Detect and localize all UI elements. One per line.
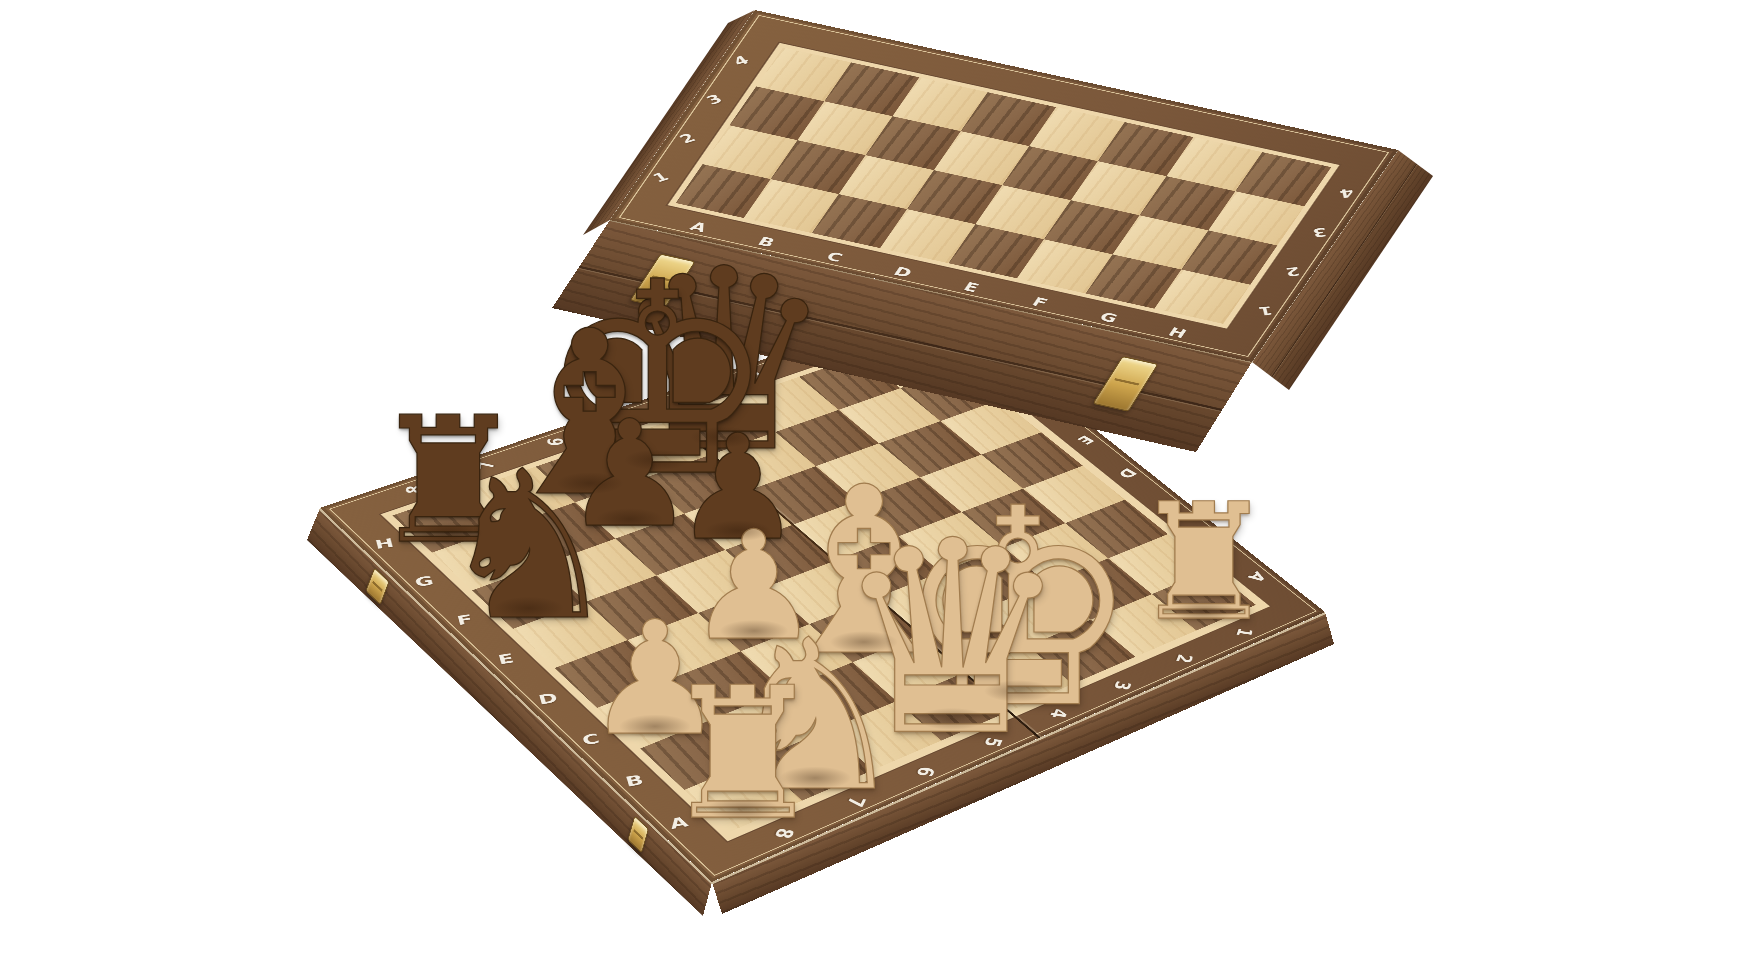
coord-top-5: 5 bbox=[611, 415, 635, 423]
coord-left-H: H bbox=[373, 535, 395, 551]
coord-left-F: F bbox=[455, 611, 474, 628]
coord-top-7: 7 bbox=[473, 461, 498, 470]
coord-left-D: D bbox=[536, 690, 559, 708]
coord-top-4: 4 bbox=[677, 393, 701, 401]
coord-top-8: 8 bbox=[401, 485, 427, 494]
product-photo-scene: 88HH77GG66FF55EE44DD33CC22BB11AA ABCDEFG… bbox=[0, 0, 1740, 979]
coord-left-E: E bbox=[496, 650, 516, 667]
coord-top-6: 6 bbox=[543, 438, 568, 447]
coord-left-G: G bbox=[413, 573, 435, 590]
coord-top-3: 3 bbox=[741, 371, 765, 379]
